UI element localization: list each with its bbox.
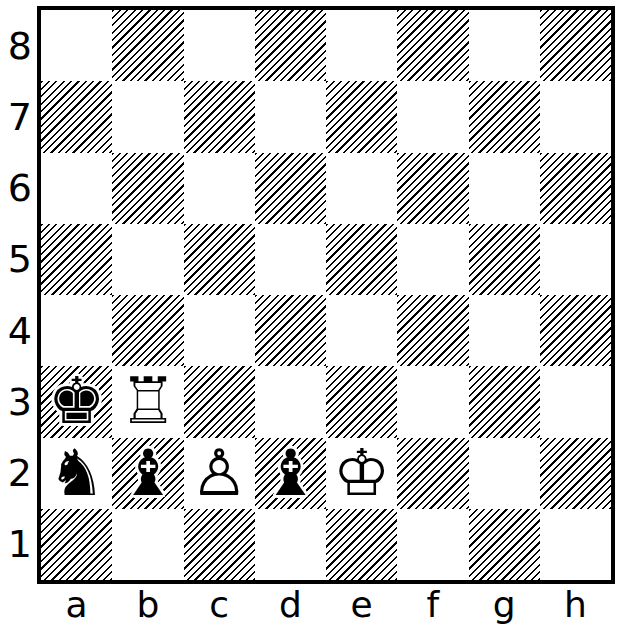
square-d3[interactable] [255, 366, 326, 437]
square-e3[interactable] [326, 366, 397, 437]
square-h7[interactable] [540, 81, 611, 152]
piece-white-rook: ♖ [119, 366, 176, 437]
square-f6[interactable] [397, 153, 468, 224]
square-c3[interactable] [184, 366, 255, 437]
square-f3[interactable] [397, 366, 468, 437]
piece-white-king: ♔ [333, 438, 390, 509]
square-d5[interactable] [255, 224, 326, 295]
square-g1[interactable] [469, 509, 540, 580]
square-b5[interactable] [112, 224, 183, 295]
piece-white-pawn: ♙ [190, 438, 247, 509]
square-d6[interactable] [255, 153, 326, 224]
file-label-e: e [326, 585, 397, 623]
square-e5[interactable] [326, 224, 397, 295]
square-h2[interactable] [540, 438, 611, 509]
piece-black-bishop: ♝ [119, 438, 176, 509]
rank-label-2: 2 [0, 438, 36, 509]
square-f1[interactable] [397, 509, 468, 580]
square-g8[interactable] [469, 10, 540, 81]
square-d8[interactable] [255, 10, 326, 81]
square-d4[interactable] [255, 295, 326, 366]
square-b2[interactable]: ♝ [112, 438, 183, 509]
file-label-c: c [184, 585, 255, 623]
square-f7[interactable] [397, 81, 468, 152]
square-b8[interactable] [112, 10, 183, 81]
square-a5[interactable] [41, 224, 112, 295]
square-f4[interactable] [397, 295, 468, 366]
square-d7[interactable] [255, 81, 326, 152]
square-d2[interactable]: ♝ [255, 438, 326, 509]
file-label-h: h [540, 585, 611, 623]
square-d1[interactable] [255, 509, 326, 580]
rank-label-4: 4 [0, 295, 36, 366]
piece-black-bishop: ♝ [262, 438, 319, 509]
rank-label-7: 7 [0, 81, 36, 152]
square-e4[interactable] [326, 295, 397, 366]
square-g5[interactable] [469, 224, 540, 295]
rank-label-6: 6 [0, 153, 36, 224]
square-g2[interactable] [469, 438, 540, 509]
square-c7[interactable] [184, 81, 255, 152]
square-b7[interactable] [112, 81, 183, 152]
file-labels: abcdefgh [41, 585, 611, 623]
square-g4[interactable] [469, 295, 540, 366]
square-a2[interactable]: ♞ [41, 438, 112, 509]
square-b6[interactable] [112, 153, 183, 224]
square-a8[interactable] [41, 10, 112, 81]
square-h1[interactable] [540, 509, 611, 580]
square-c1[interactable] [184, 509, 255, 580]
file-label-a: a [41, 585, 112, 623]
square-c2[interactable]: ♙ [184, 438, 255, 509]
file-label-f: f [397, 585, 468, 623]
square-g6[interactable] [469, 153, 540, 224]
square-a7[interactable] [41, 81, 112, 152]
square-e8[interactable] [326, 10, 397, 81]
square-c6[interactable] [184, 153, 255, 224]
piece-black-king: ♚ [48, 366, 105, 437]
square-f2[interactable] [397, 438, 468, 509]
chess-board: ♚♖♞♝♙♝♔ [37, 6, 615, 584]
square-e1[interactable] [326, 509, 397, 580]
square-e7[interactable] [326, 81, 397, 152]
rank-label-8: 8 [0, 10, 36, 81]
square-c8[interactable] [184, 10, 255, 81]
square-a1[interactable] [41, 509, 112, 580]
chess-diagram: 87654321 ♚♖♞♝♙♝♔ abcdefgh [0, 0, 624, 624]
square-b1[interactable] [112, 509, 183, 580]
square-c5[interactable] [184, 224, 255, 295]
square-h5[interactable] [540, 224, 611, 295]
square-h6[interactable] [540, 153, 611, 224]
square-c4[interactable] [184, 295, 255, 366]
square-e6[interactable] [326, 153, 397, 224]
square-a4[interactable] [41, 295, 112, 366]
square-h4[interactable] [540, 295, 611, 366]
square-b4[interactable] [112, 295, 183, 366]
square-f8[interactable] [397, 10, 468, 81]
square-g3[interactable] [469, 366, 540, 437]
square-b3[interactable]: ♖ [112, 366, 183, 437]
square-g7[interactable] [469, 81, 540, 152]
rank-label-3: 3 [0, 366, 36, 437]
file-label-b: b [112, 585, 183, 623]
file-label-g: g [469, 585, 540, 623]
rank-labels: 87654321 [0, 10, 36, 580]
square-e2[interactable]: ♔ [326, 438, 397, 509]
file-label-d: d [255, 585, 326, 623]
square-a3[interactable]: ♚ [41, 366, 112, 437]
square-h8[interactable] [540, 10, 611, 81]
square-a6[interactable] [41, 153, 112, 224]
rank-label-1: 1 [0, 509, 36, 580]
rank-label-5: 5 [0, 224, 36, 295]
square-f5[interactable] [397, 224, 468, 295]
piece-black-knight: ♞ [48, 438, 105, 509]
square-h3[interactable] [540, 366, 611, 437]
